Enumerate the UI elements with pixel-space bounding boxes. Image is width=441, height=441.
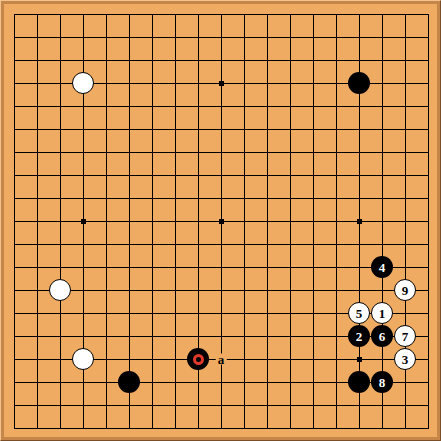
star-point	[357, 357, 362, 362]
stone-number: 2	[356, 330, 363, 343]
go-stone-black-move-4: 4	[371, 256, 393, 278]
go-stone-white	[49, 279, 71, 301]
go-stone-black	[348, 72, 370, 94]
grid-line-vertical	[382, 14, 383, 429]
star-point	[219, 219, 224, 224]
grid-line-vertical	[244, 14, 245, 429]
go-stone-black-marked	[187, 348, 209, 370]
go-stone-white-move-9: 9	[394, 279, 416, 301]
go-stone-black-move-2: 2	[348, 325, 370, 347]
grid-line-vertical	[313, 14, 314, 429]
go-stone-black-move-8: 8	[371, 371, 393, 393]
star-point	[357, 219, 362, 224]
stone-number: 6	[379, 330, 386, 343]
go-stone-white	[72, 348, 94, 370]
grid-line-horizontal	[14, 405, 429, 406]
star-point	[81, 219, 86, 224]
stone-number: 1	[379, 307, 386, 320]
grid-line-vertical	[267, 14, 268, 429]
stone-number: 5	[356, 307, 363, 320]
point-label-a: a	[216, 354, 227, 365]
grid-line-horizontal	[14, 290, 429, 291]
go-board: 123456789a	[0, 0, 441, 441]
go-stone-white-move-1: 1	[371, 302, 393, 324]
go-stone-black	[348, 371, 370, 393]
go-stone-white-move-3: 3	[394, 348, 416, 370]
grid-line-horizontal	[14, 428, 429, 429]
go-stone-black	[118, 371, 140, 393]
grid-line-vertical	[428, 14, 429, 429]
stone-number: 3	[402, 353, 409, 366]
red-circle-marker	[193, 354, 204, 365]
go-stone-black-move-6: 6	[371, 325, 393, 347]
stone-number: 9	[402, 284, 409, 297]
star-point	[219, 81, 224, 86]
go-stone-white-move-7: 7	[394, 325, 416, 347]
stone-number: 4	[379, 261, 386, 274]
go-stone-white-move-5: 5	[348, 302, 370, 324]
stone-number: 8	[379, 376, 386, 389]
grid-line-horizontal	[14, 267, 429, 268]
stone-number: 7	[402, 330, 409, 343]
go-stone-white	[72, 72, 94, 94]
grid-line-vertical	[336, 14, 337, 429]
grid-line-horizontal	[14, 244, 429, 245]
grid-line-vertical	[290, 14, 291, 429]
